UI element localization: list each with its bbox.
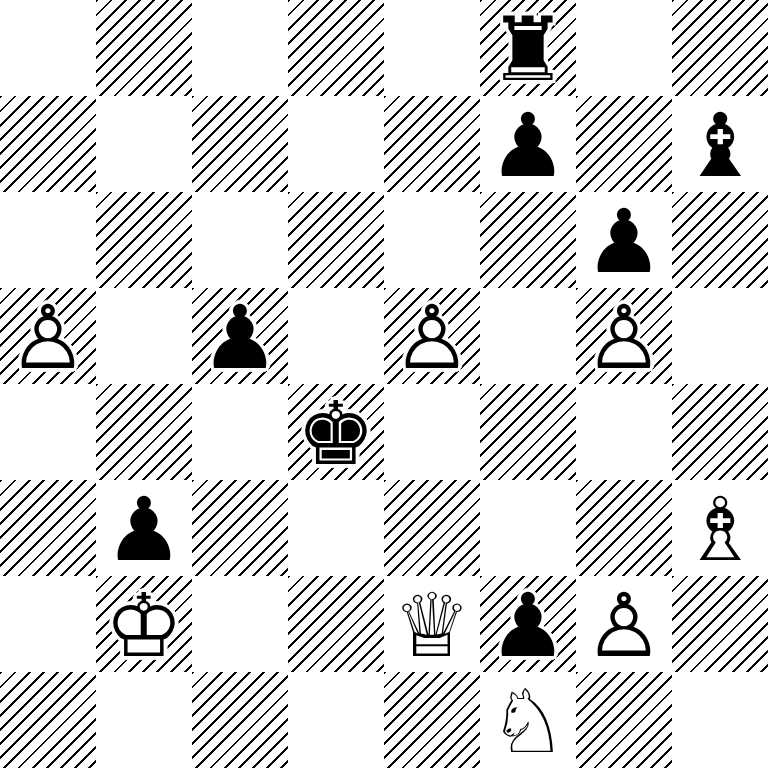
square-e8[interactable]: [384, 0, 480, 96]
white-pawn-icon: ♙: [0, 288, 96, 384]
square-e7[interactable]: [384, 96, 480, 192]
black-pawn-icon: ♟: [96, 480, 192, 576]
square-f2[interactable]: ♟♟: [480, 576, 576, 672]
white-pawn-a5[interactable]: ♟♙: [0, 288, 96, 384]
white-queen-icon: ♕: [384, 576, 480, 672]
square-g3[interactable]: [576, 480, 672, 576]
square-c8[interactable]: [192, 0, 288, 96]
square-e5[interactable]: ♟♙: [384, 288, 480, 384]
black-pawn-icon: ♟: [480, 576, 576, 672]
square-h1[interactable]: [672, 672, 768, 768]
square-b3[interactable]: ♟♟: [96, 480, 192, 576]
black-pawn-icon: ♟: [576, 192, 672, 288]
square-e6[interactable]: [384, 192, 480, 288]
black-pawn-g6[interactable]: ♟♟: [576, 192, 672, 288]
square-d7[interactable]: [288, 96, 384, 192]
square-e4[interactable]: [384, 384, 480, 480]
square-a5[interactable]: ♟♙: [0, 288, 96, 384]
chess-diagram: ♜♜♟♟♝♝♟♟♟♙♟♟♟♙♟♙♚♚♟♟♝♗♚♔♛♕♟♟♟♙♞♘: [0, 0, 768, 768]
white-pawn-g2[interactable]: ♟♙: [576, 576, 672, 672]
square-e1[interactable]: [384, 672, 480, 768]
square-a1[interactable]: [0, 672, 96, 768]
square-a7[interactable]: [0, 96, 96, 192]
square-c7[interactable]: [192, 96, 288, 192]
white-king-b2[interactable]: ♚♔: [96, 576, 192, 672]
square-a8[interactable]: [0, 0, 96, 96]
square-c1[interactable]: [192, 672, 288, 768]
black-pawn-f7[interactable]: ♟♟: [480, 96, 576, 192]
black-pawn-icon: ♟: [192, 288, 288, 384]
square-g4[interactable]: [576, 384, 672, 480]
black-pawn-f2[interactable]: ♟♟: [480, 576, 576, 672]
black-king-d4[interactable]: ♚♚: [288, 384, 384, 480]
square-b4[interactable]: [96, 384, 192, 480]
square-c4[interactable]: [192, 384, 288, 480]
square-d5[interactable]: [288, 288, 384, 384]
black-pawn-icon: ♟: [480, 96, 576, 192]
square-d4[interactable]: ♚♚: [288, 384, 384, 480]
square-d3[interactable]: [288, 480, 384, 576]
black-pawn-b3[interactable]: ♟♟: [96, 480, 192, 576]
square-d1[interactable]: [288, 672, 384, 768]
square-d2[interactable]: [288, 576, 384, 672]
white-pawn-icon: ♙: [576, 576, 672, 672]
square-h6[interactable]: [672, 192, 768, 288]
square-f8[interactable]: ♜♜: [480, 0, 576, 96]
white-knight-icon: ♘: [480, 672, 576, 768]
square-c6[interactable]: [192, 192, 288, 288]
square-b6[interactable]: [96, 192, 192, 288]
black-pawn-c5[interactable]: ♟♟: [192, 288, 288, 384]
white-bishop-h3[interactable]: ♝♗: [672, 480, 768, 576]
square-a2[interactable]: [0, 576, 96, 672]
square-b5[interactable]: [96, 288, 192, 384]
square-e2[interactable]: ♛♕: [384, 576, 480, 672]
square-g2[interactable]: ♟♙: [576, 576, 672, 672]
square-f6[interactable]: [480, 192, 576, 288]
square-g7[interactable]: [576, 96, 672, 192]
black-bishop-icon: ♝: [672, 96, 768, 192]
chess-board: ♜♜♟♟♝♝♟♟♟♙♟♟♟♙♟♙♚♚♟♟♝♗♚♔♛♕♟♟♟♙♞♘: [0, 0, 768, 768]
square-g1[interactable]: [576, 672, 672, 768]
white-pawn-e5[interactable]: ♟♙: [384, 288, 480, 384]
square-b1[interactable]: [96, 672, 192, 768]
white-pawn-g5[interactable]: ♟♙: [576, 288, 672, 384]
square-g8[interactable]: [576, 0, 672, 96]
square-d8[interactable]: [288, 0, 384, 96]
square-b2[interactable]: ♚♔: [96, 576, 192, 672]
square-f5[interactable]: [480, 288, 576, 384]
square-f1[interactable]: ♞♘: [480, 672, 576, 768]
square-c2[interactable]: [192, 576, 288, 672]
square-c3[interactable]: [192, 480, 288, 576]
black-rook-icon: ♜: [480, 0, 576, 96]
square-f3[interactable]: [480, 480, 576, 576]
white-queen-e2[interactable]: ♛♕: [384, 576, 480, 672]
black-bishop-h7[interactable]: ♝♝: [672, 96, 768, 192]
square-h5[interactable]: [672, 288, 768, 384]
white-pawn-icon: ♙: [384, 288, 480, 384]
square-f7[interactable]: ♟♟: [480, 96, 576, 192]
square-b7[interactable]: [96, 96, 192, 192]
white-pawn-icon: ♙: [576, 288, 672, 384]
square-d6[interactable]: [288, 192, 384, 288]
square-b8[interactable]: [96, 0, 192, 96]
square-c5[interactable]: ♟♟: [192, 288, 288, 384]
square-a6[interactable]: [0, 192, 96, 288]
white-bishop-icon: ♗: [672, 480, 768, 576]
white-king-icon: ♔: [96, 576, 192, 672]
square-g6[interactable]: ♟♟: [576, 192, 672, 288]
square-e3[interactable]: [384, 480, 480, 576]
square-h2[interactable]: [672, 576, 768, 672]
white-knight-f1[interactable]: ♞♘: [480, 672, 576, 768]
square-h7[interactable]: ♝♝: [672, 96, 768, 192]
square-g5[interactable]: ♟♙: [576, 288, 672, 384]
square-h4[interactable]: [672, 384, 768, 480]
square-a4[interactable]: [0, 384, 96, 480]
black-rook-f8[interactable]: ♜♜: [480, 0, 576, 96]
square-h8[interactable]: [672, 0, 768, 96]
square-h3[interactable]: ♝♗: [672, 480, 768, 576]
black-king-icon: ♚: [288, 384, 384, 480]
square-f4[interactable]: [480, 384, 576, 480]
square-a3[interactable]: [0, 480, 96, 576]
